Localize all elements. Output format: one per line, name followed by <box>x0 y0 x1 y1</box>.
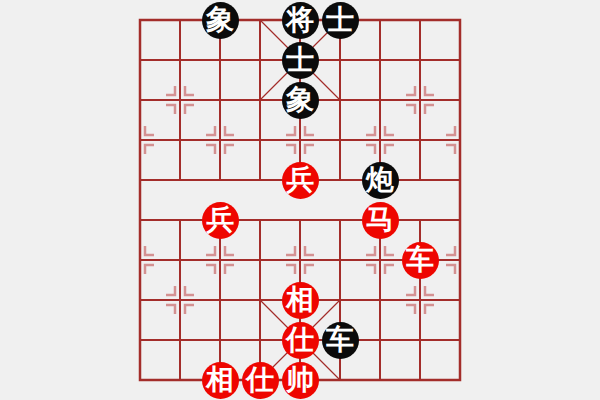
piece-black-elephant[interactable]: 象 <box>202 2 239 39</box>
piece-red-soldier[interactable]: 兵 <box>282 162 319 199</box>
piece-red-general[interactable]: 帅 <box>282 362 319 399</box>
piece-red-soldier[interactable]: 兵 <box>202 202 239 239</box>
piece-red-horse[interactable]: 马 <box>362 202 399 239</box>
piece-red-elephant[interactable]: 相 <box>282 282 319 319</box>
piece-black-elephant[interactable]: 象 <box>282 82 319 119</box>
piece-black-cannon[interactable]: 炮 <box>362 162 399 199</box>
piece-black-advisor[interactable]: 士 <box>322 2 359 39</box>
piece-black-advisor[interactable]: 士 <box>282 42 319 79</box>
piece-red-chariot[interactable]: 车 <box>402 242 439 279</box>
xiangqi-screenshot: 象将士士象兵炮兵马车相仕车相仕帅 <box>0 0 600 400</box>
piece-black-general[interactable]: 将 <box>282 2 319 39</box>
piece-red-elephant[interactable]: 相 <box>202 362 239 399</box>
piece-black-chariot[interactable]: 车 <box>322 322 359 359</box>
piece-red-advisor[interactable]: 仕 <box>282 322 319 359</box>
piece-layer: 象将士士象兵炮兵马车相仕车相仕帅 <box>0 0 600 400</box>
piece-red-advisor[interactable]: 仕 <box>242 362 279 399</box>
